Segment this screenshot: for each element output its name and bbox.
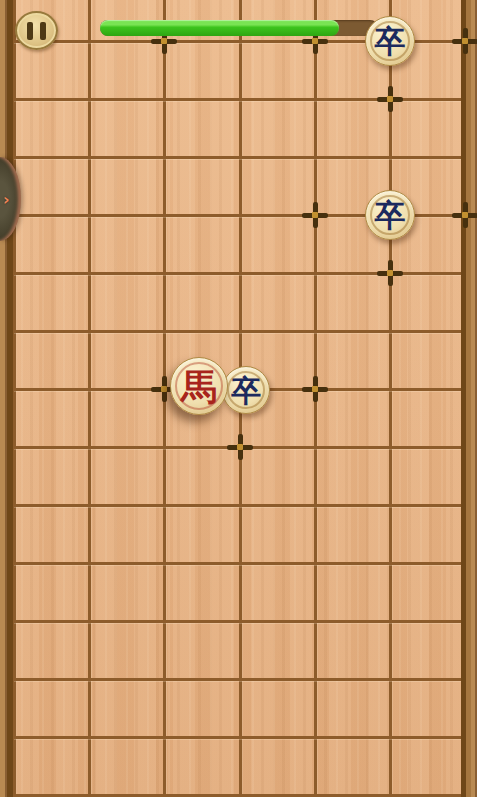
point-marker <box>451 27 477 55</box>
board-right-border <box>461 0 477 797</box>
progress-bar <box>100 20 378 36</box>
pause-icon <box>27 22 46 40</box>
grid-line-horizontal <box>13 678 467 681</box>
point-marker <box>301 375 329 403</box>
piece-glyph: 馬 <box>181 368 217 405</box>
game-screen: 卒卒卒馬 › <box>0 0 477 797</box>
piece-black-soldier-2[interactable]: 卒 <box>365 190 415 240</box>
piece-red-horse[interactable]: 馬 <box>170 357 228 415</box>
grid-line-horizontal <box>13 562 467 565</box>
piece-glyph: 卒 <box>375 25 406 57</box>
point-marker <box>301 201 329 229</box>
piece-glyph: 卒 <box>375 199 406 231</box>
point-marker <box>451 201 477 229</box>
drawer-handle[interactable]: › <box>0 157 21 241</box>
point-marker <box>376 85 404 113</box>
piece-glyph: 卒 <box>231 375 261 406</box>
piece-black-soldier-1[interactable]: 卒 <box>365 16 415 66</box>
grid-line-horizontal <box>13 156 467 159</box>
progress-fill <box>100 20 339 36</box>
pause-button[interactable] <box>15 11 58 50</box>
point-marker <box>226 433 254 461</box>
chevron-right-icon: › <box>3 190 10 209</box>
board-left-border <box>0 0 14 797</box>
grid-line-horizontal <box>13 794 467 797</box>
grid-line-horizontal <box>13 620 467 623</box>
grid-line-horizontal <box>13 330 467 333</box>
grid-line-horizontal <box>13 504 467 507</box>
grid-line-horizontal <box>13 736 467 739</box>
piece-black-soldier-3[interactable]: 卒 <box>222 366 270 414</box>
point-marker <box>376 259 404 287</box>
